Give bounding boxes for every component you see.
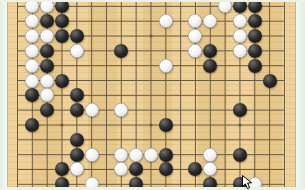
app-background-right [296,0,305,190]
mouse-cursor-icon [242,175,254,190]
white-stone [25,74,39,88]
black-stone [70,148,84,162]
white-stone [159,59,173,73]
star-point [60,123,63,126]
white-stone [159,14,173,28]
app-background-bottom [0,187,305,190]
white-stone [129,148,143,162]
black-stone [70,29,84,43]
black-stone [55,29,69,43]
black-stone [263,74,277,88]
star-point [149,123,152,126]
white-stone [25,59,39,73]
white-stone [233,44,247,58]
black-stone [40,59,54,73]
black-stone [233,103,247,117]
white-stone [114,148,128,162]
app-background-top [0,0,305,2]
black-stone [159,148,173,162]
app-background-left [0,0,7,190]
white-stone [233,29,247,43]
black-stone [248,59,262,73]
star-point [149,34,152,37]
black-stone [248,14,262,28]
black-stone [233,148,247,162]
white-stone [70,44,84,58]
white-stone [40,74,54,88]
white-stone [203,148,217,162]
white-stone [85,148,99,162]
star-point [238,123,241,126]
black-stone [248,44,262,58]
black-stone [70,103,84,117]
white-stone [85,103,99,117]
black-stone [70,133,84,147]
black-stone [55,74,69,88]
black-stone [203,59,217,73]
black-stone [248,29,262,43]
black-stone [40,44,54,58]
go-app-window [0,0,305,190]
white-stone [144,148,158,162]
black-stone [159,118,173,132]
